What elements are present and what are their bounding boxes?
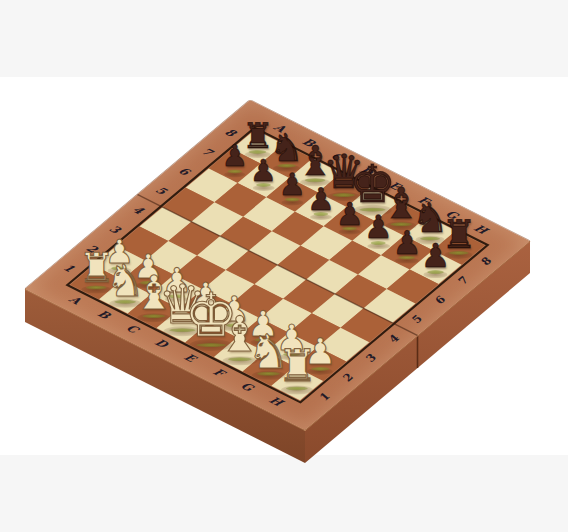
product-photo[interactable]: AABBCCDDEEFFGGHH1122334455667788 ♜♞♝♛♚♝♞…: [0, 0, 568, 532]
